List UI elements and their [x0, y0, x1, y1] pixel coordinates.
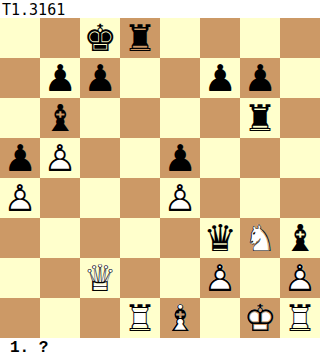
square-c1[interactable] [80, 298, 120, 338]
white-pawn-icon: ♟♙ [40, 138, 80, 178]
square-h4[interactable] [280, 178, 320, 218]
square-h5[interactable] [280, 138, 320, 178]
black-pawn-icon: ♟ [0, 138, 40, 178]
black-bishop-icon: ♝ [280, 218, 320, 258]
white-pawn-icon: ♟♙ [200, 258, 240, 298]
square-f5[interactable] [200, 138, 240, 178]
white-pawn-icon: ♟♙ [0, 178, 40, 218]
square-h2[interactable]: ♟♙ [280, 258, 320, 298]
square-a2[interactable] [0, 258, 40, 298]
square-g5[interactable] [240, 138, 280, 178]
square-f6[interactable] [200, 98, 240, 138]
square-a3[interactable] [0, 218, 40, 258]
square-b7[interactable]: ♟ [40, 58, 80, 98]
square-d2[interactable] [120, 258, 160, 298]
square-e2[interactable] [160, 258, 200, 298]
square-d6[interactable] [120, 98, 160, 138]
square-e1[interactable]: ♝♗ [160, 298, 200, 338]
square-f4[interactable] [200, 178, 240, 218]
black-rook-icon: ♜ [240, 98, 280, 138]
square-e7[interactable] [160, 58, 200, 98]
black-pawn-icon: ♟ [160, 138, 200, 178]
square-g6[interactable]: ♜ [240, 98, 280, 138]
white-queen-icon: ♛♕ [80, 258, 120, 298]
black-rook-icon: ♜ [120, 18, 160, 58]
black-pawn-icon: ♟ [80, 58, 120, 98]
square-a8[interactable] [0, 18, 40, 58]
black-pawn-icon: ♟ [200, 58, 240, 98]
square-f3[interactable]: ♛ [200, 218, 240, 258]
square-h6[interactable] [280, 98, 320, 138]
square-e3[interactable] [160, 218, 200, 258]
black-pawn-icon: ♟ [40, 58, 80, 98]
square-a5[interactable]: ♟ [0, 138, 40, 178]
square-b3[interactable] [40, 218, 80, 258]
square-c3[interactable] [80, 218, 120, 258]
square-g3[interactable]: ♞♘ [240, 218, 280, 258]
square-g1[interactable]: ♚♔ [240, 298, 280, 338]
square-d1[interactable]: ♜♖ [120, 298, 160, 338]
square-c2[interactable]: ♛♕ [80, 258, 120, 298]
square-f8[interactable] [200, 18, 240, 58]
square-a7[interactable] [0, 58, 40, 98]
square-e4[interactable]: ♟♙ [160, 178, 200, 218]
square-e6[interactable] [160, 98, 200, 138]
square-a1[interactable] [0, 298, 40, 338]
square-d3[interactable] [120, 218, 160, 258]
square-h3[interactable]: ♝ [280, 218, 320, 258]
black-king-icon: ♚ [80, 18, 120, 58]
square-g4[interactable] [240, 178, 280, 218]
square-b1[interactable] [40, 298, 80, 338]
square-b6[interactable]: ♝ [40, 98, 80, 138]
square-d7[interactable] [120, 58, 160, 98]
puzzle-title: T1.3161 [2, 1, 65, 19]
white-bishop-icon: ♝♗ [160, 298, 200, 338]
square-d5[interactable] [120, 138, 160, 178]
square-f7[interactable]: ♟ [200, 58, 240, 98]
square-h7[interactable] [280, 58, 320, 98]
square-f2[interactable]: ♟♙ [200, 258, 240, 298]
square-e8[interactable] [160, 18, 200, 58]
white-pawn-icon: ♟♙ [160, 178, 200, 218]
square-a4[interactable]: ♟♙ [0, 178, 40, 218]
white-pawn-icon: ♟♙ [280, 258, 320, 298]
square-e5[interactable]: ♟ [160, 138, 200, 178]
white-king-icon: ♚♔ [240, 298, 280, 338]
square-h1[interactable]: ♜♖ [280, 298, 320, 338]
square-c7[interactable]: ♟ [80, 58, 120, 98]
square-c8[interactable]: ♚ [80, 18, 120, 58]
square-d8[interactable]: ♜ [120, 18, 160, 58]
square-b2[interactable] [40, 258, 80, 298]
square-f1[interactable] [200, 298, 240, 338]
square-b5[interactable]: ♟♙ [40, 138, 80, 178]
square-b4[interactable] [40, 178, 80, 218]
black-pawn-icon: ♟ [240, 58, 280, 98]
square-b8[interactable] [40, 18, 80, 58]
square-g2[interactable] [240, 258, 280, 298]
white-knight-icon: ♞♘ [240, 218, 280, 258]
square-h8[interactable] [280, 18, 320, 58]
white-rook-icon: ♜♖ [280, 298, 320, 338]
square-c6[interactable] [80, 98, 120, 138]
black-bishop-icon: ♝ [40, 98, 80, 138]
white-rook-icon: ♜♖ [120, 298, 160, 338]
square-c4[interactable] [80, 178, 120, 218]
square-a6[interactable] [0, 98, 40, 138]
chess-board: ♚♜♟♟♟♟♝♜♟♟♙♟♟♙♟♙♛♞♘♝♛♕♟♙♟♙♜♖♝♗♚♔♜♖ [0, 18, 320, 338]
square-g8[interactable] [240, 18, 280, 58]
move-prompt: 1. ? [10, 339, 48, 357]
square-d4[interactable] [120, 178, 160, 218]
square-g7[interactable]: ♟ [240, 58, 280, 98]
square-c5[interactable] [80, 138, 120, 178]
black-queen-icon: ♛ [200, 218, 240, 258]
